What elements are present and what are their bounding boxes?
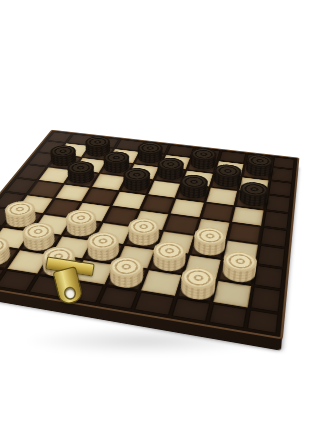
frame-segment [134, 292, 174, 315]
frame-segment [269, 181, 293, 197]
frame-segment [261, 227, 288, 247]
frame-segment [258, 245, 286, 267]
brass-latch [44, 258, 100, 314]
latch-hole [64, 287, 75, 299]
frame-segment [247, 310, 278, 334]
frame-segment [250, 286, 281, 312]
product-photo-scene [0, 0, 310, 430]
frame-segment [209, 304, 248, 329]
frame-segment [263, 211, 289, 230]
